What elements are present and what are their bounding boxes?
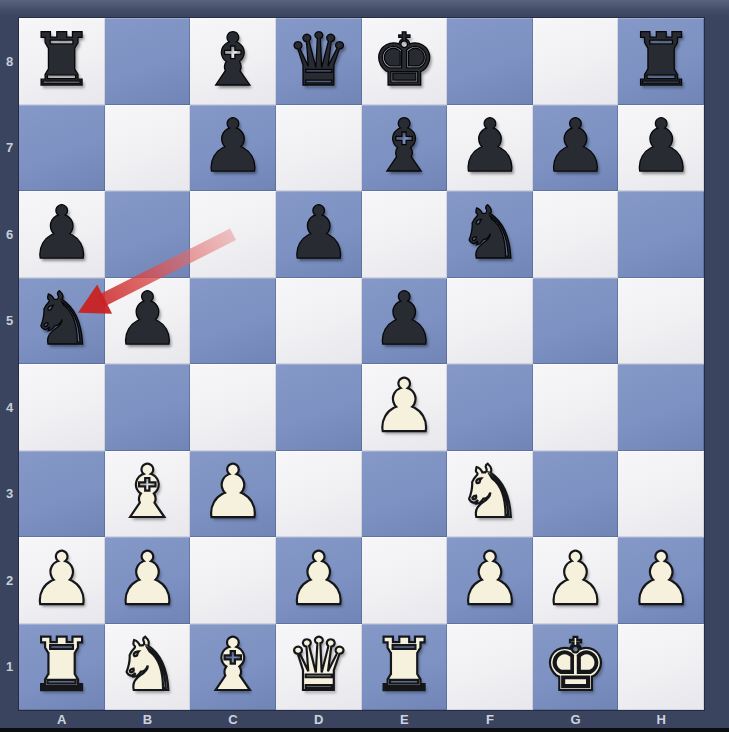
square-b3[interactable]: ♝ [105, 451, 191, 538]
square-g2[interactable]: ♟ [533, 537, 619, 624]
square-e1[interactable]: ♜ [362, 624, 448, 711]
file-label-d: D [276, 710, 362, 728]
square-h1[interactable] [618, 624, 704, 711]
file-labels: ABCDEFGH [19, 710, 704, 728]
file-label-f: F [447, 710, 533, 728]
file-label-b: B [105, 710, 191, 728]
square-d3[interactable] [276, 451, 362, 538]
square-h2[interactable]: ♟ [618, 537, 704, 624]
square-b8[interactable] [105, 18, 191, 105]
square-g8[interactable] [533, 18, 619, 105]
piece-black-pawn[interactable]: ♟ [29, 196, 94, 269]
square-d4[interactable] [276, 364, 362, 451]
square-a3[interactable] [19, 451, 105, 538]
piece-white-pawn[interactable]: ♟ [115, 542, 180, 615]
square-d1[interactable]: ♛ [276, 624, 362, 711]
board-frame-top [0, 0, 729, 18]
file-label-g: G [533, 710, 619, 728]
square-h7[interactable]: ♟ [618, 105, 704, 192]
square-f3[interactable]: ♞ [447, 451, 533, 538]
piece-black-knight[interactable]: ♞ [29, 282, 94, 355]
piece-white-knight[interactable]: ♞ [115, 628, 180, 701]
square-e2[interactable] [362, 537, 448, 624]
square-f4[interactable] [447, 364, 533, 451]
piece-white-king[interactable]: ♚ [543, 628, 608, 701]
square-c3[interactable]: ♟ [190, 451, 276, 538]
piece-white-pawn[interactable]: ♟ [543, 542, 608, 615]
square-e5[interactable]: ♟ [362, 278, 448, 365]
piece-white-bishop[interactable]: ♝ [115, 455, 180, 528]
square-d7[interactable] [276, 105, 362, 192]
square-c7[interactable]: ♟ [190, 105, 276, 192]
square-h5[interactable] [618, 278, 704, 365]
rank-label-1: 1 [0, 624, 19, 711]
square-f2[interactable]: ♟ [447, 537, 533, 624]
rank-label-2: 2 [0, 537, 19, 624]
square-a4[interactable] [19, 364, 105, 451]
piece-black-bishop[interactable]: ♝ [200, 23, 265, 96]
square-f6[interactable]: ♞ [447, 191, 533, 278]
square-g3[interactable] [533, 451, 619, 538]
file-label-h: H [618, 710, 704, 728]
piece-black-pawn[interactable]: ♟ [628, 109, 693, 182]
piece-white-rook[interactable]: ♜ [372, 628, 437, 701]
square-a6[interactable]: ♟ [19, 191, 105, 278]
square-f1[interactable] [447, 624, 533, 711]
square-h6[interactable] [618, 191, 704, 278]
square-d8[interactable]: ♛ [276, 18, 362, 105]
square-h4[interactable] [618, 364, 704, 451]
square-d6[interactable]: ♟ [276, 191, 362, 278]
square-b1[interactable]: ♞ [105, 624, 191, 711]
square-g4[interactable] [533, 364, 619, 451]
piece-white-pawn[interactable]: ♟ [286, 542, 351, 615]
piece-black-pawn[interactable]: ♟ [457, 109, 522, 182]
square-f5[interactable] [447, 278, 533, 365]
square-a8[interactable]: ♜ [19, 18, 105, 105]
square-b5[interactable]: ♟ [105, 278, 191, 365]
rank-label-6: 6 [0, 191, 19, 278]
square-h3[interactable] [618, 451, 704, 538]
square-b2[interactable]: ♟ [105, 537, 191, 624]
rank-label-4: 4 [0, 364, 19, 451]
file-label-e: E [362, 710, 448, 728]
piece-black-knight[interactable]: ♞ [457, 196, 522, 269]
square-f8[interactable] [447, 18, 533, 105]
piece-white-rook[interactable]: ♜ [29, 628, 94, 701]
piece-black-pawn[interactable]: ♟ [115, 282, 180, 355]
square-g1[interactable]: ♚ [533, 624, 619, 711]
square-g7[interactable]: ♟ [533, 105, 619, 192]
square-b4[interactable] [105, 364, 191, 451]
rank-label-8: 8 [0, 18, 19, 105]
chess-board-window: 87654321 ♜♝♛♚♜♟♝♟♟♟♟♟♞♞♟♟♟♝♟♞♟♟♟♟♟♟♜♞♝♛♜… [0, 0, 729, 732]
square-c5[interactable] [190, 278, 276, 365]
piece-black-pawn[interactable]: ♟ [543, 109, 608, 182]
piece-black-king[interactable]: ♚ [372, 23, 437, 96]
piece-white-bishop[interactable]: ♝ [200, 628, 265, 701]
square-e4[interactable]: ♟ [362, 364, 448, 451]
square-c6[interactable] [190, 191, 276, 278]
square-a7[interactable] [19, 105, 105, 192]
square-f7[interactable]: ♟ [447, 105, 533, 192]
rank-label-5: 5 [0, 278, 19, 365]
square-c2[interactable] [190, 537, 276, 624]
square-e8[interactable]: ♚ [362, 18, 448, 105]
square-c8[interactable]: ♝ [190, 18, 276, 105]
square-h8[interactable]: ♜ [618, 18, 704, 105]
square-b7[interactable] [105, 105, 191, 192]
rank-labels: 87654321 [0, 18, 19, 710]
square-e6[interactable] [362, 191, 448, 278]
piece-black-bishop[interactable]: ♝ [372, 109, 437, 182]
square-e7[interactable]: ♝ [362, 105, 448, 192]
piece-white-pawn[interactable]: ♟ [372, 369, 437, 442]
square-c1[interactable]: ♝ [190, 624, 276, 711]
piece-white-knight[interactable]: ♞ [457, 455, 522, 528]
rank-label-7: 7 [0, 105, 19, 192]
piece-black-rook[interactable]: ♜ [29, 23, 94, 96]
piece-white-pawn[interactable]: ♟ [200, 455, 265, 528]
rank-label-3: 3 [0, 451, 19, 538]
square-e3[interactable] [362, 451, 448, 538]
file-label-a: A [19, 710, 105, 728]
piece-white-pawn[interactable]: ♟ [29, 542, 94, 615]
piece-black-rook[interactable]: ♜ [628, 23, 693, 96]
piece-black-pawn[interactable]: ♟ [372, 282, 437, 355]
piece-black-pawn[interactable]: ♟ [200, 109, 265, 182]
piece-black-pawn[interactable]: ♟ [286, 196, 351, 269]
square-c4[interactable] [190, 364, 276, 451]
square-d5[interactable] [276, 278, 362, 365]
piece-white-pawn[interactable]: ♟ [628, 542, 693, 615]
square-d2[interactable]: ♟ [276, 537, 362, 624]
square-g5[interactable] [533, 278, 619, 365]
square-a1[interactable]: ♜ [19, 624, 105, 711]
file-label-c: C [190, 710, 276, 728]
square-g6[interactable] [533, 191, 619, 278]
piece-black-queen[interactable]: ♛ [286, 23, 351, 96]
chess-board: ♜♝♛♚♜♟♝♟♟♟♟♟♞♞♟♟♟♝♟♞♟♟♟♟♟♟♜♞♝♛♜♚ [19, 18, 704, 710]
piece-white-queen[interactable]: ♛ [286, 628, 351, 701]
piece-white-pawn[interactable]: ♟ [457, 542, 522, 615]
square-a5[interactable]: ♞ [19, 278, 105, 365]
square-b6[interactable] [105, 191, 191, 278]
board-frame-bottom [0, 728, 729, 732]
square-a2[interactable]: ♟ [19, 537, 105, 624]
